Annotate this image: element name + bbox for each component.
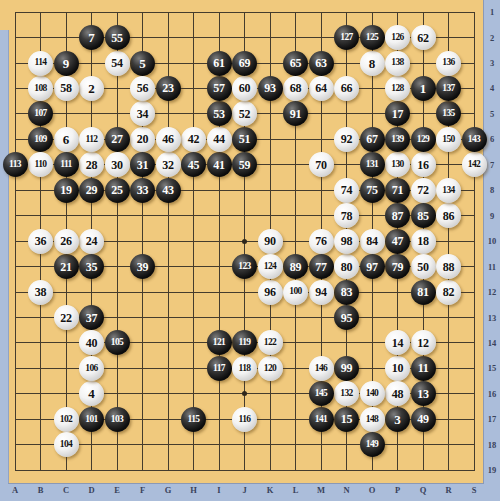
- move-number: 103: [111, 414, 123, 424]
- go-stone-R8[interactable]: 134: [436, 178, 461, 203]
- go-stone-J17[interactable]: 116: [232, 407, 257, 432]
- go-stone-M16[interactable]: 145: [309, 381, 334, 406]
- go-stone-G8[interactable]: 43: [156, 178, 181, 203]
- go-stone-P2[interactable]: 126: [385, 25, 410, 50]
- go-stone-F3[interactable]: 5: [130, 51, 155, 76]
- go-stone-M11[interactable]: 77: [309, 254, 334, 279]
- column-label: H: [186, 485, 202, 495]
- move-number: 60: [239, 82, 250, 94]
- go-stone-J11[interactable]: 123: [232, 254, 257, 279]
- move-number: 83: [341, 286, 352, 298]
- go-game-record-viewer: A1B2C3D4E5F6G7H8I9J10K11L12M13N14O15P16Q…: [0, 0, 500, 501]
- go-stone-I3[interactable]: 61: [207, 51, 232, 76]
- move-number: 146: [315, 363, 327, 373]
- go-stone-D10[interactable]: 24: [79, 229, 104, 254]
- go-stone-Q8[interactable]: 72: [411, 178, 436, 203]
- move-number: 39: [137, 260, 148, 272]
- move-number: 70: [315, 158, 326, 170]
- star-point: [242, 391, 247, 396]
- go-stone-P4[interactable]: 128: [385, 76, 410, 101]
- row-label: 8: [485, 185, 499, 195]
- move-number: 143: [468, 134, 480, 144]
- grid-line: [15, 292, 475, 293]
- move-number: 44: [213, 133, 224, 145]
- go-stone-R3[interactable]: 136: [436, 51, 461, 76]
- go-stone-O3[interactable]: 8: [360, 51, 385, 76]
- go-stone-Q10[interactable]: 18: [411, 229, 436, 254]
- grid-line: [15, 12, 475, 13]
- move-number: 55: [111, 31, 122, 43]
- go-stone-C4[interactable]: 58: [54, 76, 79, 101]
- move-number: 107: [34, 109, 46, 119]
- go-stone-O17[interactable]: 148: [360, 407, 385, 432]
- move-number: 40: [86, 336, 97, 348]
- move-number: 120: [264, 363, 276, 373]
- move-number: 112: [86, 134, 98, 144]
- go-stone-Q7[interactable]: 16: [411, 152, 436, 177]
- move-number: 7: [88, 31, 95, 44]
- row-label: 15: [485, 363, 499, 373]
- go-stone-P17[interactable]: 3: [385, 407, 410, 432]
- go-stone-P15[interactable]: 10: [385, 356, 410, 381]
- move-number: 54: [111, 57, 122, 69]
- column-label: I: [211, 485, 227, 495]
- go-stone-R11[interactable]: 88: [436, 254, 461, 279]
- go-stone-A7[interactable]: 113: [3, 152, 28, 177]
- go-stone-P3[interactable]: 138: [385, 51, 410, 76]
- move-number: 123: [238, 261, 250, 271]
- move-number: 71: [392, 184, 403, 196]
- go-stone-Q4[interactable]: 1: [411, 76, 436, 101]
- move-number: 82: [443, 286, 454, 298]
- column-label: A: [7, 485, 23, 495]
- go-stone-N8[interactable]: 74: [334, 178, 359, 203]
- go-stone-F8[interactable]: 33: [130, 178, 155, 203]
- move-number: 18: [417, 235, 428, 247]
- move-number: 117: [213, 363, 225, 373]
- go-stone-E17[interactable]: 103: [105, 407, 130, 432]
- go-stone-C18[interactable]: 104: [54, 432, 79, 457]
- move-number: 65: [290, 57, 301, 69]
- go-stone-D8[interactable]: 29: [79, 178, 104, 203]
- go-stone-N6[interactable]: 92: [334, 127, 359, 152]
- go-stone-O16[interactable]: 140: [360, 381, 385, 406]
- move-number: 21: [60, 260, 71, 272]
- go-stone-E8[interactable]: 25: [105, 178, 130, 203]
- go-stone-N12[interactable]: 83: [334, 280, 359, 305]
- move-number: 75: [366, 184, 377, 196]
- go-stone-M3[interactable]: 63: [309, 51, 334, 76]
- row-label: 2: [485, 33, 499, 43]
- go-stone-J15[interactable]: 118: [232, 356, 257, 381]
- move-number: 81: [417, 286, 428, 298]
- move-number: 106: [85, 363, 97, 373]
- column-label: C: [58, 485, 74, 495]
- go-stone-D2[interactable]: 7: [79, 25, 104, 50]
- column-label: M: [313, 485, 329, 495]
- go-stone-Q12[interactable]: 81: [411, 280, 436, 305]
- move-number: 13: [417, 387, 428, 399]
- move-number: 15: [341, 413, 352, 425]
- move-number: 140: [366, 389, 378, 399]
- go-stone-N4[interactable]: 66: [334, 76, 359, 101]
- move-number: 142: [468, 160, 480, 170]
- move-number: 74: [341, 184, 352, 196]
- move-number: 148: [366, 414, 378, 424]
- move-number: 119: [239, 338, 251, 348]
- go-stone-K15[interactable]: 120: [258, 356, 283, 381]
- move-number: 122: [264, 338, 276, 348]
- go-stone-J6[interactable]: 51: [232, 127, 257, 152]
- go-stone-Q11[interactable]: 50: [411, 254, 436, 279]
- move-number: 33: [137, 184, 148, 196]
- go-stone-I5[interactable]: 53: [207, 101, 232, 126]
- go-stone-P6[interactable]: 139: [385, 127, 410, 152]
- go-stone-H17[interactable]: 115: [181, 407, 206, 432]
- go-stone-S7[interactable]: 142: [462, 152, 487, 177]
- row-label: 5: [485, 109, 499, 119]
- move-number: 127: [340, 32, 352, 42]
- side-panel-left: [0, 30, 9, 501]
- go-stone-O2[interactable]: 125: [360, 25, 385, 50]
- move-number: 102: [60, 414, 72, 424]
- go-stone-B6[interactable]: 109: [28, 127, 53, 152]
- go-stone-E2[interactable]: 55: [105, 25, 130, 50]
- go-stone-L3[interactable]: 65: [283, 51, 308, 76]
- move-number: 30: [111, 158, 122, 170]
- go-stone-H6[interactable]: 42: [181, 127, 206, 152]
- move-number: 45: [188, 158, 199, 170]
- go-stone-E6[interactable]: 27: [105, 127, 130, 152]
- move-number: 36: [35, 235, 46, 247]
- move-number: 17: [392, 107, 403, 119]
- move-number: 108: [34, 83, 46, 93]
- move-number: 28: [86, 158, 97, 170]
- go-stone-P10[interactable]: 47: [385, 229, 410, 254]
- go-stone-R12[interactable]: 82: [436, 280, 461, 305]
- go-stone-N2[interactable]: 127: [334, 25, 359, 50]
- row-label: 19: [485, 465, 499, 475]
- column-label: Q: [415, 485, 431, 495]
- move-number: 42: [188, 133, 199, 145]
- go-stone-L12[interactable]: 100: [283, 280, 308, 305]
- move-number: 29: [86, 184, 97, 196]
- go-stone-K11[interactable]: 124: [258, 254, 283, 279]
- column-label: D: [84, 485, 100, 495]
- move-number: 115: [188, 414, 200, 424]
- go-stone-C3[interactable]: 9: [54, 51, 79, 76]
- go-stone-D4[interactable]: 2: [79, 76, 104, 101]
- go-stone-G4[interactable]: 23: [156, 76, 181, 101]
- go-stone-K12[interactable]: 96: [258, 280, 283, 305]
- move-number: 105: [111, 338, 123, 348]
- row-coordinate-strip: [483, 0, 500, 501]
- move-number: 129: [417, 134, 429, 144]
- move-number: 136: [442, 58, 454, 68]
- row-label: 7: [485, 160, 499, 170]
- move-number: 1: [420, 81, 427, 94]
- go-stone-Q16[interactable]: 13: [411, 381, 436, 406]
- go-stone-M4[interactable]: 64: [309, 76, 334, 101]
- move-number: 12: [417, 336, 428, 348]
- star-point: [242, 239, 247, 244]
- go-stone-N11[interactable]: 80: [334, 254, 359, 279]
- move-number: 141: [315, 414, 327, 424]
- move-number: 80: [341, 260, 352, 272]
- go-stone-C6[interactable]: 6: [54, 127, 79, 152]
- move-number: 31: [137, 158, 148, 170]
- go-stone-K10[interactable]: 90: [258, 229, 283, 254]
- grid-line: [15, 470, 475, 471]
- row-label: 3: [485, 58, 499, 68]
- move-number: 149: [366, 440, 378, 450]
- column-label: S: [466, 485, 482, 495]
- go-stone-J3[interactable]: 69: [232, 51, 257, 76]
- move-number: 113: [9, 160, 21, 170]
- move-number: 57: [213, 82, 224, 94]
- go-stone-D11[interactable]: 35: [79, 254, 104, 279]
- move-number: 35: [86, 260, 97, 272]
- move-number: 145: [315, 389, 327, 399]
- go-stone-N17[interactable]: 15: [334, 407, 359, 432]
- move-number: 135: [442, 109, 454, 119]
- go-stone-I6[interactable]: 44: [207, 127, 232, 152]
- column-label: B: [33, 485, 49, 495]
- move-number: 111: [60, 160, 71, 170]
- go-stone-N10[interactable]: 98: [334, 229, 359, 254]
- move-number: 37: [86, 311, 97, 323]
- move-number: 41: [213, 158, 224, 170]
- move-number: 95: [341, 311, 352, 323]
- go-stone-P8[interactable]: 71: [385, 178, 410, 203]
- go-stone-M17[interactable]: 141: [309, 407, 334, 432]
- go-stone-M10[interactable]: 76: [309, 229, 334, 254]
- go-stone-O6[interactable]: 67: [360, 127, 385, 152]
- move-number: 68: [290, 82, 301, 94]
- go-stone-Q9[interactable]: 85: [411, 203, 436, 228]
- go-stone-C10[interactable]: 26: [54, 229, 79, 254]
- move-number: 69: [239, 57, 250, 69]
- move-number: 49: [417, 413, 428, 425]
- move-number: 16: [417, 158, 428, 170]
- go-stone-L4[interactable]: 68: [283, 76, 308, 101]
- move-number: 64: [315, 82, 326, 94]
- go-stone-L11[interactable]: 89: [283, 254, 308, 279]
- move-number: 125: [366, 32, 378, 42]
- go-stone-O8[interactable]: 75: [360, 178, 385, 203]
- go-stone-E7[interactable]: 30: [105, 152, 130, 177]
- move-number: 104: [60, 440, 72, 450]
- go-stone-N15[interactable]: 99: [334, 356, 359, 381]
- move-number: 128: [391, 83, 403, 93]
- move-number: 85: [417, 209, 428, 221]
- move-number: 62: [417, 31, 428, 43]
- move-number: 19: [60, 184, 71, 196]
- move-number: 47: [392, 235, 403, 247]
- move-number: 89: [290, 260, 301, 272]
- move-number: 61: [213, 57, 224, 69]
- go-stone-O10[interactable]: 84: [360, 229, 385, 254]
- go-stone-Q15[interactable]: 11: [411, 356, 436, 381]
- go-stone-Q14[interactable]: 12: [411, 330, 436, 355]
- move-number: 52: [239, 107, 250, 119]
- go-stone-I7[interactable]: 41: [207, 152, 232, 177]
- go-stone-C13[interactable]: 22: [54, 305, 79, 330]
- move-number: 77: [315, 260, 326, 272]
- move-number: 56: [137, 82, 148, 94]
- column-label: R: [441, 485, 457, 495]
- go-stone-O7[interactable]: 131: [360, 152, 385, 177]
- go-stone-S6[interactable]: 143: [462, 127, 487, 152]
- go-stone-F4[interactable]: 56: [130, 76, 155, 101]
- move-number: 3: [394, 412, 401, 425]
- go-stone-D13[interactable]: 37: [79, 305, 104, 330]
- move-number: 90: [264, 235, 275, 247]
- go-stone-F6[interactable]: 20: [130, 127, 155, 152]
- move-number: 78: [341, 209, 352, 221]
- go-stone-Q2[interactable]: 62: [411, 25, 436, 50]
- go-stone-Q17[interactable]: 49: [411, 407, 436, 432]
- go-stone-O18[interactable]: 149: [360, 432, 385, 457]
- move-number: 50: [417, 260, 428, 272]
- row-label: 13: [485, 313, 499, 323]
- go-stone-I4[interactable]: 57: [207, 76, 232, 101]
- go-stone-D6[interactable]: 112: [79, 127, 104, 152]
- move-number: 79: [392, 260, 403, 272]
- move-number: 34: [137, 107, 148, 119]
- go-stone-P11[interactable]: 79: [385, 254, 410, 279]
- move-number: 48: [392, 387, 403, 399]
- go-stone-D17[interactable]: 101: [79, 407, 104, 432]
- move-number: 27: [111, 133, 122, 145]
- go-stone-R4[interactable]: 137: [436, 76, 461, 101]
- move-number: 98: [341, 235, 352, 247]
- move-number: 91: [290, 107, 301, 119]
- move-number: 137: [442, 83, 454, 93]
- go-stone-B10[interactable]: 36: [28, 229, 53, 254]
- row-label: 4: [485, 83, 499, 93]
- move-number: 86: [443, 209, 454, 221]
- move-number: 134: [442, 185, 454, 195]
- move-number: 5: [139, 56, 146, 69]
- move-number: 150: [442, 134, 454, 144]
- move-number: 2: [88, 81, 95, 94]
- move-number: 8: [369, 56, 376, 69]
- move-number: 110: [35, 160, 47, 170]
- go-stone-B3[interactable]: 114: [28, 51, 53, 76]
- move-number: 23: [162, 82, 173, 94]
- row-label: 1: [485, 7, 499, 17]
- row-label: 6: [485, 134, 499, 144]
- row-label: 18: [485, 440, 499, 450]
- move-number: 88: [443, 260, 454, 272]
- move-number: 138: [391, 58, 403, 68]
- go-stone-C17[interactable]: 102: [54, 407, 79, 432]
- go-stone-K4[interactable]: 93: [258, 76, 283, 101]
- go-stone-J4[interactable]: 60: [232, 76, 257, 101]
- go-stone-N13[interactable]: 95: [334, 305, 359, 330]
- move-number: 25: [111, 184, 122, 196]
- move-number: 116: [239, 414, 251, 424]
- move-number: 14: [392, 336, 403, 348]
- go-stone-G7[interactable]: 32: [156, 152, 181, 177]
- go-stone-M12[interactable]: 94: [309, 280, 334, 305]
- move-number: 114: [35, 58, 47, 68]
- go-stone-K14[interactable]: 122: [258, 330, 283, 355]
- move-number: 67: [366, 133, 377, 145]
- column-label: E: [109, 485, 125, 495]
- move-number: 124: [264, 261, 276, 271]
- go-stone-M7[interactable]: 70: [309, 152, 334, 177]
- go-stone-R6[interactable]: 150: [436, 127, 461, 152]
- go-stone-Q6[interactable]: 129: [411, 127, 436, 152]
- go-stone-E14[interactable]: 105: [105, 330, 130, 355]
- move-number: 92: [341, 133, 352, 145]
- go-stone-B4[interactable]: 108: [28, 76, 53, 101]
- grid-line: [117, 12, 118, 471]
- move-number: 32: [162, 158, 173, 170]
- move-number: 100: [289, 287, 301, 297]
- column-label: K: [262, 485, 278, 495]
- go-stone-G6[interactable]: 46: [156, 127, 181, 152]
- move-number: 94: [315, 286, 326, 298]
- grid-line: [15, 12, 16, 471]
- go-stone-E3[interactable]: 54: [105, 51, 130, 76]
- go-stone-I15[interactable]: 117: [207, 356, 232, 381]
- go-stone-C11[interactable]: 21: [54, 254, 79, 279]
- go-stone-C8[interactable]: 19: [54, 178, 79, 203]
- move-number: 130: [391, 160, 403, 170]
- grid-line: [15, 444, 475, 445]
- go-stone-D15[interactable]: 106: [79, 356, 104, 381]
- row-label: 12: [485, 287, 499, 297]
- move-number: 53: [213, 107, 224, 119]
- go-stone-O11[interactable]: 97: [360, 254, 385, 279]
- move-number: 9: [63, 56, 70, 69]
- go-stone-I14[interactable]: 121: [207, 330, 232, 355]
- move-number: 66: [341, 82, 352, 94]
- column-label: P: [390, 485, 406, 495]
- move-number: 22: [60, 311, 71, 323]
- column-label: J: [237, 485, 253, 495]
- move-number: 76: [315, 235, 326, 247]
- move-number: 99: [341, 362, 352, 374]
- move-number: 20: [137, 133, 148, 145]
- column-label: G: [160, 485, 176, 495]
- move-number: 51: [239, 133, 250, 145]
- move-number: 126: [391, 32, 403, 42]
- go-stone-C7[interactable]: 111: [54, 152, 79, 177]
- go-stone-F11[interactable]: 39: [130, 254, 155, 279]
- row-label: 10: [485, 236, 499, 246]
- move-number: 101: [85, 414, 97, 424]
- go-stone-M15[interactable]: 146: [309, 356, 334, 381]
- grid-line: [474, 12, 475, 471]
- column-label: F: [135, 485, 151, 495]
- column-label: N: [339, 485, 355, 495]
- move-number: 10: [392, 362, 403, 374]
- move-number: 97: [366, 260, 377, 272]
- move-number: 11: [418, 362, 429, 374]
- move-number: 109: [34, 134, 46, 144]
- move-number: 6: [63, 132, 70, 145]
- move-number: 43: [162, 184, 173, 196]
- column-label: L: [288, 485, 304, 495]
- move-number: 132: [340, 389, 352, 399]
- go-stone-B12[interactable]: 38: [28, 280, 53, 305]
- move-number: 63: [315, 57, 326, 69]
- row-label: 11: [485, 262, 499, 272]
